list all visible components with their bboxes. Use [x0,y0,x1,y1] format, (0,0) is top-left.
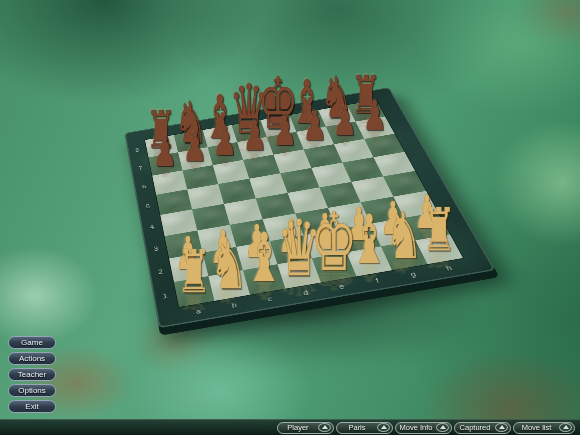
caret-up-icon [440,425,446,429]
expand-oval-button[interactable] [559,423,572,432]
expand-oval-button[interactable] [377,423,390,432]
piece-glyph: ♟ [303,105,327,147]
tab-label: Paris [337,423,377,432]
tab-move-info[interactable]: Move Info [395,422,452,434]
tab-label: Move Info [396,423,436,432]
caret-up-icon [381,425,387,429]
piece-glyph: ♟ [243,115,267,157]
exit-button[interactable]: Exit [8,400,56,413]
caret-up-icon [563,425,569,429]
menu-panel: GameActionsTeacherOptionsExit [8,336,56,413]
piece-glyph: ♜ [177,244,211,303]
actions-button[interactable]: Actions [8,352,56,365]
piece-glyph: ♜ [422,202,456,261]
expand-oval-button[interactable] [318,423,331,432]
game-window: 87654321 abcdefgh ♜♜♞♞♝♝♛♛♚♚♝♝♞♞♜♜♟♟♟♟♟♟… [0,0,580,435]
piece-glyph: ♝ [349,206,389,274]
caret-up-icon [499,425,505,429]
tab-label: Captured [455,423,495,432]
piece-glyph: ♞ [210,233,248,298]
tab-label: Move list [514,423,559,432]
piece-glyph: ♟ [183,126,207,168]
game-button[interactable]: Game [8,336,56,349]
piece-glyph: ♟ [153,131,177,173]
piece-glyph: ♟ [273,110,297,152]
piece-glyph: ♟ [363,94,387,136]
tab-captured[interactable]: Captured [454,422,511,434]
tab-paris[interactable]: Paris [336,422,393,434]
pieces-layer: ♜♜♞♞♝♝♛♛♚♚♝♝♞♞♜♜♟♟♟♟♟♟♟♟♟♟♟♟♟♟♟♟♟♟♟♟♟♟♟♟… [0,0,580,435]
tab-player[interactable]: Player [277,422,334,434]
caret-up-icon [322,425,328,429]
piece-glyph: ♞ [385,203,423,268]
expand-oval-button[interactable] [495,423,508,432]
piece-glyph: ♟ [213,120,237,162]
expand-oval-button[interactable] [436,423,449,432]
bottom-bar: PlayerParisMove InfoCapturedMove list [0,419,580,435]
options-button[interactable]: Options [8,384,56,397]
tab-label: Player [278,423,318,432]
teacher-button[interactable]: Teacher [8,368,56,381]
tab-move-list[interactable]: Move list [513,422,575,434]
piece-glyph: ♟ [333,100,357,142]
